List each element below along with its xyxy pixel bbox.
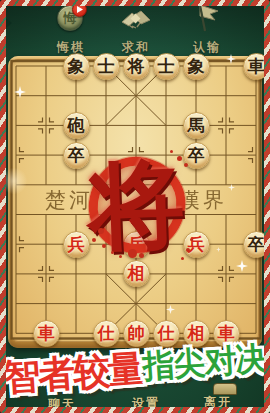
undo-button-label: 悔棋 — [39, 39, 103, 56]
piece-black-士[interactable]: 士 — [93, 53, 120, 80]
settings-button[interactable]: 设置 — [122, 395, 170, 412]
piece-black-卒[interactable]: 卒 — [183, 142, 210, 169]
piece-black-車[interactable]: 車 — [243, 53, 270, 80]
piece-red-車[interactable]: 車 — [33, 320, 60, 347]
river-text-left: 楚河 — [45, 188, 93, 212]
leave-button[interactable]: 离开 — [194, 394, 242, 411]
xiangqi-game-screen: 悔 悔棋 求和 认输 楚河 漢界 象士将士象車砲馬卒卒兵兵兵卒相車仕帥仕相車 — [0, 0, 270, 413]
piece-red-仕[interactable]: 仕 — [93, 320, 120, 347]
river-text-right: 漢界 — [179, 188, 227, 212]
piece-red-帥[interactable]: 帥 — [123, 320, 150, 347]
piece-black-士[interactable]: 士 — [153, 53, 180, 80]
glow-decoration — [1, 167, 27, 195]
resign-button[interactable]: 认输 — [175, 2, 239, 56]
piece-red-車[interactable]: 車 — [213, 320, 240, 347]
draw-button-label: 求和 — [104, 39, 168, 56]
handshake-icon — [119, 7, 153, 33]
ad-badge-icon — [72, 2, 87, 17]
piece-black-象[interactable]: 象 — [183, 53, 210, 80]
piece-red-兵[interactable]: 兵 — [63, 231, 90, 258]
piece-black-卒[interactable]: 卒 — [243, 231, 270, 258]
piece-black-象[interactable]: 象 — [63, 53, 90, 80]
chat-button[interactable]: 聊天 — [38, 396, 86, 413]
white-flag-icon — [194, 3, 220, 33]
piece-red-相[interactable]: 相 — [183, 320, 210, 347]
resign-button-label: 认输 — [175, 39, 239, 56]
board-grid: 楚河 漢界 — [8, 56, 262, 348]
piece-black-馬[interactable]: 馬 — [183, 112, 210, 139]
offer-draw-button[interactable]: 求和 — [104, 2, 168, 56]
piece-black-砲[interactable]: 砲 — [63, 112, 90, 139]
xiangqi-board[interactable]: 楚河 漢界 象士将士象車砲馬卒卒兵兵兵卒相車仕帥仕相車 — [8, 56, 262, 348]
piece-red-相[interactable]: 相 — [123, 260, 150, 287]
piece-black-将[interactable]: 将 — [123, 53, 150, 80]
undo-move-button[interactable]: 悔 悔棋 — [39, 2, 103, 56]
piece-black-卒[interactable]: 卒 — [63, 142, 90, 169]
piece-red-兵[interactable]: 兵 — [123, 231, 150, 258]
side-drawer-arrow-icon[interactable] — [3, 16, 12, 30]
piece-red-兵[interactable]: 兵 — [183, 231, 210, 258]
piece-red-仕[interactable]: 仕 — [153, 320, 180, 347]
